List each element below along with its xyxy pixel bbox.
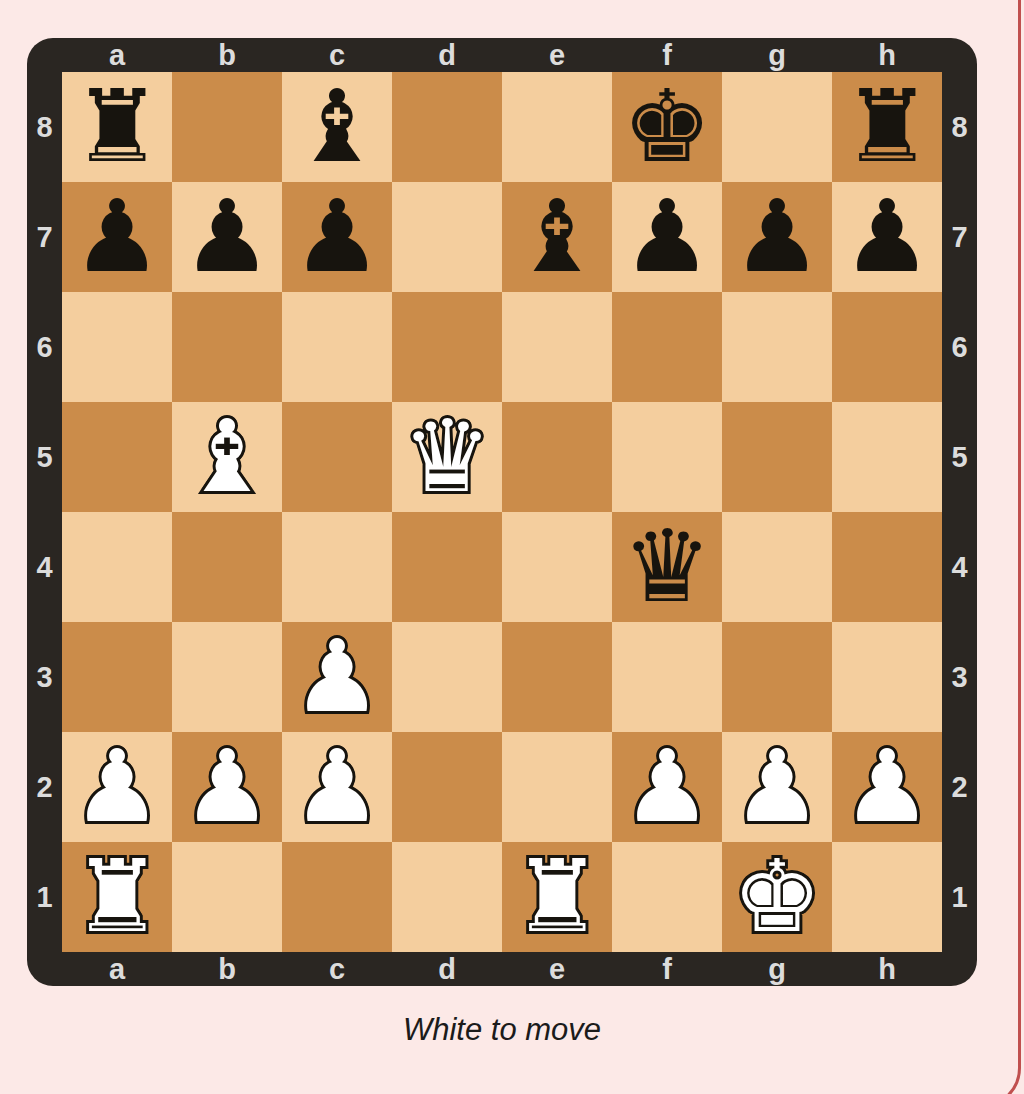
square-b6[interactable] bbox=[172, 292, 282, 402]
piece-fill: ♟ bbox=[62, 732, 172, 842]
square-e3[interactable] bbox=[502, 622, 612, 732]
square-e1[interactable]: ♜♜ bbox=[502, 842, 612, 952]
square-f5[interactable] bbox=[612, 402, 722, 512]
piece-fill: ♟ bbox=[722, 182, 832, 292]
square-e5[interactable] bbox=[502, 402, 612, 512]
square-h8[interactable]: ♜ bbox=[832, 72, 942, 182]
square-b2[interactable]: ♟♟ bbox=[172, 732, 282, 842]
black-queen-f4: ♛ bbox=[612, 512, 722, 622]
square-a4[interactable] bbox=[62, 512, 172, 622]
black-pawn-g7: ♟ bbox=[722, 182, 832, 292]
square-c8[interactable]: ♝ bbox=[282, 72, 392, 182]
square-e8[interactable] bbox=[502, 72, 612, 182]
rank-label-7-right: 7 bbox=[942, 182, 977, 292]
square-g2[interactable]: ♟♟ bbox=[722, 732, 832, 842]
white-bishop-b5: ♝♝ bbox=[172, 402, 282, 512]
square-f7[interactable]: ♟ bbox=[612, 182, 722, 292]
black-pawn-a7: ♟ bbox=[62, 182, 172, 292]
file-label-d-bottom: d bbox=[392, 952, 502, 986]
rank-label-4-left: 4 bbox=[27, 512, 62, 622]
black-rook-a8: ♜ bbox=[62, 72, 172, 182]
board-frame: abcdefgh8♜♝♚♜87♟♟♟♝♟♟♟7665♝♝♛♛54♛43♟♟32♟… bbox=[27, 38, 977, 986]
square-f4[interactable]: ♛ bbox=[612, 512, 722, 622]
black-bishop-e7: ♝ bbox=[502, 182, 612, 292]
rank-label-2-right: 2 bbox=[942, 732, 977, 842]
white-pawn-c3: ♟♟ bbox=[282, 622, 392, 732]
file-label-b-bottom: b bbox=[172, 952, 282, 986]
square-d4[interactable] bbox=[392, 512, 502, 622]
square-h2[interactable]: ♟♟ bbox=[832, 732, 942, 842]
square-d8[interactable] bbox=[392, 72, 502, 182]
rank-label-2-left: 2 bbox=[27, 732, 62, 842]
white-pawn-g2: ♟♟ bbox=[722, 732, 832, 842]
piece-fill: ♟ bbox=[62, 182, 172, 292]
square-b7[interactable]: ♟ bbox=[172, 182, 282, 292]
square-f1[interactable] bbox=[612, 842, 722, 952]
piece-fill: ♟ bbox=[282, 182, 392, 292]
square-h4[interactable] bbox=[832, 512, 942, 622]
square-f3[interactable] bbox=[612, 622, 722, 732]
file-label-c-bottom: c bbox=[282, 952, 392, 986]
rank-label-6-left: 6 bbox=[27, 292, 62, 402]
file-label-c-top: c bbox=[282, 38, 392, 72]
rank-label-6-right: 6 bbox=[942, 292, 977, 402]
black-king-f8: ♚ bbox=[612, 72, 722, 182]
square-g4[interactable] bbox=[722, 512, 832, 622]
square-a6[interactable] bbox=[62, 292, 172, 402]
piece-fill: ♟ bbox=[832, 732, 942, 842]
square-f6[interactable] bbox=[612, 292, 722, 402]
white-queen-d5: ♛♛ bbox=[392, 402, 502, 512]
square-d6[interactable] bbox=[392, 292, 502, 402]
square-g7[interactable]: ♟ bbox=[722, 182, 832, 292]
white-rook-a1: ♜♜ bbox=[62, 842, 172, 952]
piece-fill: ♟ bbox=[282, 732, 392, 842]
square-c3[interactable]: ♟♟ bbox=[282, 622, 392, 732]
rank-label-7-left: 7 bbox=[27, 182, 62, 292]
square-e2[interactable] bbox=[502, 732, 612, 842]
square-h1[interactable] bbox=[832, 842, 942, 952]
square-h7[interactable]: ♟ bbox=[832, 182, 942, 292]
piece-fill: ♜ bbox=[832, 72, 942, 182]
piece-fill: ♟ bbox=[282, 622, 392, 732]
file-label-e-bottom: e bbox=[502, 952, 612, 986]
square-g6[interactable] bbox=[722, 292, 832, 402]
piece-fill: ♜ bbox=[62, 72, 172, 182]
black-pawn-h7: ♟ bbox=[832, 182, 942, 292]
rank-label-8-right: 8 bbox=[942, 72, 977, 182]
file-label-h-top: h bbox=[832, 38, 942, 72]
file-label-a-bottom: a bbox=[62, 952, 172, 986]
square-c5[interactable] bbox=[282, 402, 392, 512]
side-to-move-caption: White to move bbox=[403, 1012, 601, 1047]
square-b4[interactable] bbox=[172, 512, 282, 622]
square-a1[interactable]: ♜♜ bbox=[62, 842, 172, 952]
black-pawn-c7: ♟ bbox=[282, 182, 392, 292]
square-c2[interactable]: ♟♟ bbox=[282, 732, 392, 842]
white-pawn-a2: ♟♟ bbox=[62, 732, 172, 842]
rank-label-3-left: 3 bbox=[27, 622, 62, 732]
piece-fill: ♝ bbox=[502, 182, 612, 292]
file-label-d-top: d bbox=[392, 38, 502, 72]
white-king-g1: ♚♚ bbox=[722, 842, 832, 952]
piece-fill: ♟ bbox=[612, 732, 722, 842]
piece-fill: ♟ bbox=[172, 182, 282, 292]
square-e4[interactable] bbox=[502, 512, 612, 622]
file-label-f-top: f bbox=[612, 38, 722, 72]
piece-fill: ♝ bbox=[172, 402, 282, 512]
frame-corner bbox=[27, 952, 62, 986]
piece-fill: ♚ bbox=[612, 72, 722, 182]
square-a2[interactable]: ♟♟ bbox=[62, 732, 172, 842]
white-pawn-b2: ♟♟ bbox=[172, 732, 282, 842]
square-d7[interactable] bbox=[392, 182, 502, 292]
square-h6[interactable] bbox=[832, 292, 942, 402]
file-label-g-bottom: g bbox=[722, 952, 832, 986]
square-h5[interactable] bbox=[832, 402, 942, 512]
square-d1[interactable] bbox=[392, 842, 502, 952]
file-label-f-bottom: f bbox=[612, 952, 722, 986]
black-bishop-c8: ♝ bbox=[282, 72, 392, 182]
white-pawn-c2: ♟♟ bbox=[282, 732, 392, 842]
file-label-b-top: b bbox=[172, 38, 282, 72]
piece-fill: ♚ bbox=[722, 842, 832, 952]
piece-fill: ♟ bbox=[722, 732, 832, 842]
square-h3[interactable] bbox=[832, 622, 942, 732]
square-c7[interactable]: ♟ bbox=[282, 182, 392, 292]
square-c4[interactable] bbox=[282, 512, 392, 622]
square-d2[interactable] bbox=[392, 732, 502, 842]
piece-fill: ♟ bbox=[832, 182, 942, 292]
white-pawn-f2: ♟♟ bbox=[612, 732, 722, 842]
piece-fill: ♝ bbox=[282, 72, 392, 182]
file-label-h-bottom: h bbox=[832, 952, 942, 986]
piece-fill: ♟ bbox=[172, 732, 282, 842]
square-a3[interactable] bbox=[62, 622, 172, 732]
piece-fill: ♜ bbox=[502, 842, 612, 952]
frame-corner bbox=[942, 952, 977, 986]
rank-label-4-right: 4 bbox=[942, 512, 977, 622]
square-f8[interactable]: ♚ bbox=[612, 72, 722, 182]
square-g8[interactable] bbox=[722, 72, 832, 182]
square-g1[interactable]: ♚♚ bbox=[722, 842, 832, 952]
piece-fill: ♟ bbox=[612, 182, 722, 292]
file-label-e-top: e bbox=[502, 38, 612, 72]
rank-label-3-right: 3 bbox=[942, 622, 977, 732]
piece-fill: ♜ bbox=[62, 842, 172, 952]
caption-wrap: White to move bbox=[27, 1012, 977, 1048]
square-d5[interactable]: ♛♛ bbox=[392, 402, 502, 512]
rank-label-5-left: 5 bbox=[27, 402, 62, 512]
black-pawn-b7: ♟ bbox=[172, 182, 282, 292]
square-b1[interactable] bbox=[172, 842, 282, 952]
rank-label-1-left: 1 bbox=[27, 842, 62, 952]
square-e7[interactable]: ♝ bbox=[502, 182, 612, 292]
square-a5[interactable] bbox=[62, 402, 172, 512]
file-label-a-top: a bbox=[62, 38, 172, 72]
rank-label-5-right: 5 bbox=[942, 402, 977, 512]
square-f2[interactable]: ♟♟ bbox=[612, 732, 722, 842]
white-rook-e1: ♜♜ bbox=[502, 842, 612, 952]
square-g5[interactable] bbox=[722, 402, 832, 512]
square-d3[interactable] bbox=[392, 622, 502, 732]
square-a8[interactable]: ♜ bbox=[62, 72, 172, 182]
file-label-g-top: g bbox=[722, 38, 832, 72]
black-rook-h8: ♜ bbox=[832, 72, 942, 182]
square-c1[interactable] bbox=[282, 842, 392, 952]
square-a7[interactable]: ♟ bbox=[62, 182, 172, 292]
black-pawn-f7: ♟ bbox=[612, 182, 722, 292]
square-b3[interactable] bbox=[172, 622, 282, 732]
square-b5[interactable]: ♝♝ bbox=[172, 402, 282, 512]
square-e6[interactable] bbox=[502, 292, 612, 402]
frame-corner bbox=[27, 38, 62, 72]
square-g3[interactable] bbox=[722, 622, 832, 732]
rank-label-1-right: 1 bbox=[942, 842, 977, 952]
piece-fill: ♛ bbox=[392, 402, 502, 512]
frame-corner bbox=[942, 38, 977, 72]
square-b8[interactable] bbox=[172, 72, 282, 182]
rank-label-8-left: 8 bbox=[27, 72, 62, 182]
piece-fill: ♛ bbox=[612, 512, 722, 622]
white-pawn-h2: ♟♟ bbox=[832, 732, 942, 842]
square-c6[interactable] bbox=[282, 292, 392, 402]
